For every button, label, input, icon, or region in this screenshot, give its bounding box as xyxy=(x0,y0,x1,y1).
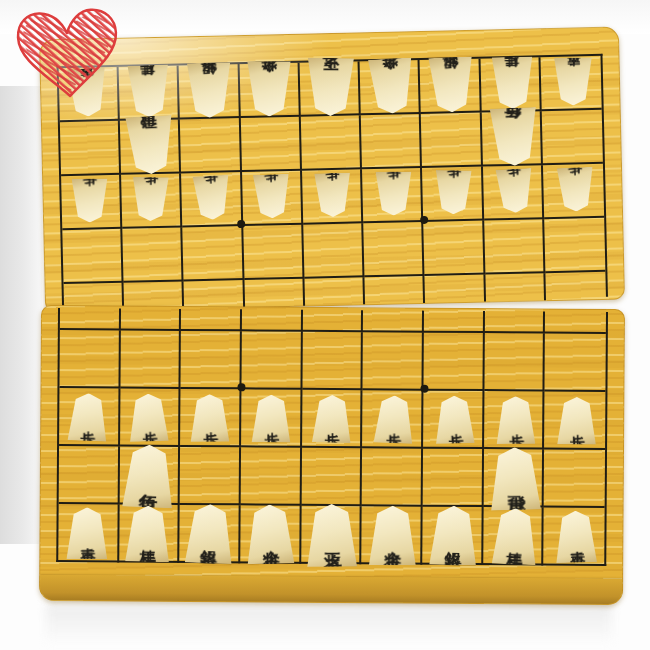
board-square[interactable] xyxy=(180,118,241,173)
board-square[interactable] xyxy=(363,222,424,277)
board-square[interactable] xyxy=(60,121,121,176)
piece-kanji-label: 歩兵 xyxy=(508,416,523,425)
piece-kanji-label: 金将 xyxy=(262,530,279,539)
piece-kanji-label: 歩兵 xyxy=(447,415,462,424)
board-square[interactable] xyxy=(303,223,364,278)
background-left-strip xyxy=(0,86,42,544)
board-square[interactable] xyxy=(120,331,181,389)
board-square[interactable] xyxy=(544,218,605,273)
piece-kanji-label: 歩兵 xyxy=(83,196,97,205)
board-square[interactable] xyxy=(241,331,302,389)
piece-kanji-label: 桂馬 xyxy=(504,78,519,87)
piece-kanji-label: 歩兵 xyxy=(507,186,521,196)
board-reflection xyxy=(46,604,612,642)
board-square[interactable] xyxy=(423,449,484,507)
piece-kanji-label: 歩兵 xyxy=(386,189,400,198)
piece-kanji-label: 桂馬 xyxy=(506,531,523,541)
piece-kanji-label: 香車 xyxy=(568,532,583,541)
board-top-half: 香車桂馬銀将金将王将金将銀将桂馬香車飛車角行歩兵歩兵歩兵歩兵歩兵歩兵歩兵歩兵歩兵 xyxy=(39,26,625,312)
board-square[interactable] xyxy=(361,114,422,169)
board-square[interactable] xyxy=(59,446,120,504)
piece-kanji-label: 歩兵 xyxy=(80,412,95,422)
board-square[interactable] xyxy=(121,309,182,331)
board-square[interactable] xyxy=(181,309,242,331)
piece-kanji-label: 金将 xyxy=(261,84,277,93)
board-square[interactable] xyxy=(304,277,365,305)
board-square[interactable] xyxy=(424,311,485,333)
piece-kanji-label: 金将 xyxy=(383,81,399,91)
piece-kanji-label: 歩兵 xyxy=(144,195,158,204)
board-square[interactable] xyxy=(363,310,424,332)
piece-kanji-label: 歩兵 xyxy=(141,413,156,422)
piece-kanji-label: 銀将 xyxy=(445,531,462,540)
board-square[interactable] xyxy=(241,447,302,505)
piece-kanji-label: 歩兵 xyxy=(447,188,461,197)
board-square[interactable] xyxy=(243,225,304,280)
board-square[interactable] xyxy=(545,272,606,300)
board-square[interactable] xyxy=(484,333,545,391)
board-square[interactable] xyxy=(544,449,605,507)
heart-doodle xyxy=(11,4,126,105)
piece-kanji-label: 歩兵 xyxy=(202,414,217,423)
piece-kanji-label: 飛車 xyxy=(506,474,525,483)
piece-kanji-label: 玉将 xyxy=(322,530,340,539)
board-square[interactable] xyxy=(240,117,301,172)
piece-kanji-label: 銀将 xyxy=(201,85,217,94)
piece-kanji-label: 香車 xyxy=(79,529,94,538)
piece-kanji-label: 飛車 xyxy=(141,140,158,150)
board-square[interactable] xyxy=(180,447,241,505)
board-square[interactable] xyxy=(60,308,121,330)
piece-kanji-label: 歩兵 xyxy=(264,414,279,423)
board-square[interactable] xyxy=(545,311,606,333)
piece-kanji-label: 歩兵 xyxy=(265,192,279,202)
board-square[interactable] xyxy=(485,273,546,301)
board-square[interactable] xyxy=(184,280,245,308)
piece-kanji-label: 歩兵 xyxy=(569,416,584,425)
board-square[interactable] xyxy=(183,226,244,281)
hoshi-dot xyxy=(420,385,428,393)
board-square[interactable] xyxy=(424,221,485,276)
piece-kanji-label: 角行 xyxy=(139,471,158,481)
board-square[interactable] xyxy=(362,448,423,506)
board-square[interactable] xyxy=(59,330,120,388)
piece-kanji-label: 王将 xyxy=(322,82,339,91)
board-square[interactable] xyxy=(181,331,242,389)
board-square[interactable] xyxy=(242,309,303,331)
board-square[interactable] xyxy=(301,448,362,506)
piece-kanji-label: 銀将 xyxy=(443,79,459,89)
board-square[interactable] xyxy=(423,333,484,391)
shogi-board-photo: 香車桂馬銀将金将王将金将銀将桂馬香車飛車角行歩兵歩兵歩兵歩兵歩兵歩兵歩兵歩兵歩兵… xyxy=(0,0,650,650)
piece-kanji-label: 歩兵 xyxy=(568,185,582,195)
piece-kanji-label: 桂馬 xyxy=(140,529,156,538)
board-square[interactable] xyxy=(425,275,486,303)
piece-kanji-label: 金将 xyxy=(384,531,401,540)
piece-kanji-label: 銀将 xyxy=(200,529,218,539)
board-square[interactable] xyxy=(303,310,364,332)
piece-kanji-label: 歩兵 xyxy=(386,415,401,425)
piece-kanji-label: 歩兵 xyxy=(325,190,339,199)
board-square[interactable] xyxy=(484,219,545,274)
piece-kanji-label: 角行 xyxy=(505,132,522,142)
board-square[interactable] xyxy=(541,110,602,165)
piece-kanji-label: 歩兵 xyxy=(325,414,340,423)
board-square[interactable] xyxy=(545,333,606,391)
board-square[interactable] xyxy=(485,311,546,333)
hoshi-dot xyxy=(237,383,245,391)
piece-kanji-label: 桂馬 xyxy=(141,86,156,96)
board-bottom-half: 歩兵歩兵歩兵歩兵歩兵歩兵歩兵歩兵歩兵角行飛車香車桂馬銀将金将玉将金将銀将桂馬香車 xyxy=(39,305,625,605)
board-edge-band xyxy=(40,575,622,604)
piece-kanji-label: 歩兵 xyxy=(204,193,218,203)
piece-kanji-label: 香車 xyxy=(566,77,580,86)
board-square[interactable] xyxy=(301,115,362,170)
board-square[interactable] xyxy=(62,229,123,284)
board-square[interactable] xyxy=(365,276,426,304)
board-square[interactable] xyxy=(244,279,305,307)
board-square[interactable] xyxy=(123,227,184,282)
board-square[interactable] xyxy=(363,332,424,390)
board-square[interactable] xyxy=(302,332,363,390)
board-square[interactable] xyxy=(421,113,482,168)
